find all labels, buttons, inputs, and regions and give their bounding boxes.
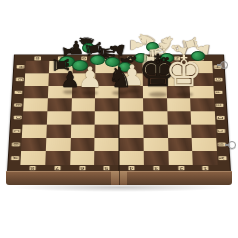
board-shadow — [12, 183, 226, 192]
square-h3[interactable] — [191, 124, 216, 137]
square-d1[interactable] — [94, 151, 119, 165]
square-c4[interactable] — [71, 111, 95, 124]
coord-label: B — [12, 143, 20, 147]
coord-cell-E: E — [13, 99, 24, 112]
square-b2[interactable] — [46, 138, 71, 151]
square-c5[interactable] — [71, 99, 95, 112]
corner-cell — [9, 165, 20, 171]
coord-label: G — [16, 78, 24, 82]
square-e2[interactable] — [119, 138, 143, 151]
coord-label: C — [13, 129, 21, 133]
coord-cell-4: 4 — [119, 165, 144, 171]
square-g3[interactable] — [167, 124, 192, 137]
coord-cell-H: H — [15, 61, 26, 73]
square-b3[interactable] — [46, 124, 71, 137]
coord-label: 8 — [29, 166, 36, 170]
square-f3[interactable] — [143, 124, 167, 137]
coord-cell-A: A — [9, 151, 21, 165]
square-e4[interactable] — [119, 111, 143, 124]
square-h1[interactable] — [192, 151, 217, 165]
clasp-icon[interactable] — [228, 141, 236, 149]
square-b1[interactable] — [45, 151, 70, 165]
coord-label: A — [11, 156, 19, 160]
square-a2[interactable] — [21, 138, 46, 151]
coord-label: G — [214, 78, 222, 82]
coord-cell-C: C — [11, 124, 22, 137]
clasp-icon[interactable] — [220, 61, 228, 69]
coord-label: 2 — [177, 166, 184, 170]
white-king[interactable]: ♚ — [163, 51, 205, 93]
coord-label: H — [16, 65, 24, 69]
coord-cell-B: B — [10, 138, 22, 151]
square-g4[interactable] — [167, 111, 191, 124]
coord-cell-G: G — [14, 73, 25, 86]
square-d5[interactable] — [95, 99, 119, 112]
coord-cell-E: E — [214, 99, 225, 112]
coord-label: D — [13, 116, 21, 120]
square-c1[interactable] — [70, 151, 95, 165]
white-pawn[interactable]: ♟ — [76, 64, 104, 92]
coord-cell-F: F — [213, 86, 224, 99]
coord-cell-F: F — [13, 86, 24, 99]
product-photo-scene: 87654321HHGGFFEEDDCCBBAA87654321 ♜♛♝♟♜♝♞… — [0, 0, 238, 238]
coord-label: F — [215, 91, 223, 94]
coord-label: 6 — [79, 166, 86, 170]
square-d4[interactable] — [95, 111, 119, 124]
coord-cell-C: C — [216, 124, 227, 137]
square-a6[interactable] — [24, 86, 48, 99]
square-f2[interactable] — [143, 138, 168, 151]
coord-cell-2: 2 — [168, 165, 193, 171]
square-h2[interactable] — [192, 138, 217, 151]
coord-label: D — [217, 116, 225, 120]
coord-label: 3 — [153, 166, 160, 170]
coord-cell-6: 6 — [70, 165, 95, 171]
square-f4[interactable] — [143, 111, 167, 124]
square-g2[interactable] — [168, 138, 193, 151]
coord-cell-G: G — [213, 73, 224, 86]
square-c3[interactable] — [70, 124, 94, 137]
coord-label: C — [217, 129, 225, 133]
coord-label: 1 — [202, 166, 209, 170]
square-e1[interactable] — [119, 151, 144, 165]
coord-label: E — [216, 103, 224, 106]
coord-label: F — [15, 91, 23, 94]
square-b4[interactable] — [47, 111, 71, 124]
square-h4[interactable] — [191, 111, 216, 124]
coord-cell-5: 5 — [94, 165, 119, 171]
square-a7[interactable] — [25, 73, 49, 86]
black-knight[interactable]: ♞ — [106, 64, 134, 92]
square-a1[interactable] — [20, 151, 45, 165]
square-e5[interactable] — [119, 99, 143, 112]
coord-cell-3: 3 — [144, 165, 169, 171]
square-b5[interactable] — [47, 99, 71, 112]
square-a3[interactable] — [22, 124, 47, 137]
square-g5[interactable] — [167, 99, 191, 112]
corner-cell — [218, 165, 229, 171]
square-f1[interactable] — [143, 151, 168, 165]
square-a8[interactable] — [25, 61, 49, 73]
square-g1[interactable] — [168, 151, 193, 165]
coord-label: 5 — [103, 166, 109, 170]
square-c2[interactable] — [70, 138, 95, 151]
coord-cell-8: 8 — [20, 165, 45, 171]
coord-cell-1: 1 — [193, 165, 218, 171]
coord-label: 7 — [54, 166, 61, 170]
coord-cell-D: D — [12, 111, 23, 124]
square-d2[interactable] — [95, 138, 119, 151]
square-h5[interactable] — [190, 99, 214, 112]
coord-cell-A: A — [217, 151, 229, 165]
square-a5[interactable] — [23, 99, 47, 112]
coord-label: E — [14, 103, 22, 106]
coord-label: 4 — [128, 166, 134, 170]
coord-cell-7: 7 — [45, 165, 70, 171]
coord-label: A — [219, 156, 227, 160]
square-e3[interactable] — [119, 124, 143, 137]
square-d3[interactable] — [95, 124, 119, 137]
square-a4[interactable] — [22, 111, 47, 124]
coord-cell-D: D — [215, 111, 226, 124]
coord-label: 8 — [34, 56, 40, 60]
square-f5[interactable] — [143, 99, 167, 112]
